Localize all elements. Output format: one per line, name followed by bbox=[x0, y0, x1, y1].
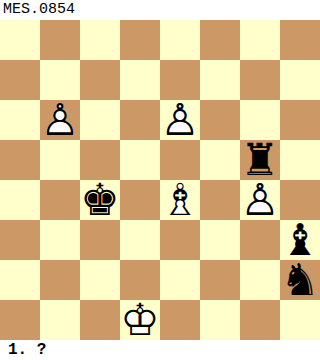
square-b8[interactable] bbox=[40, 20, 80, 60]
puzzle-id: MES.0854 bbox=[0, 0, 320, 20]
square-d1[interactable]: ♚♔ bbox=[120, 300, 160, 340]
piece-outline-glyph: ♙ bbox=[40, 100, 80, 140]
square-b6[interactable]: ♟♙ bbox=[40, 100, 80, 140]
piece-black-knight-h2[interactable]: ♞ bbox=[280, 260, 320, 300]
square-f3[interactable] bbox=[200, 220, 240, 260]
square-e2[interactable] bbox=[160, 260, 200, 300]
piece-black-king-c4[interactable]: ♚ bbox=[80, 180, 120, 220]
piece-white-pawn-b6[interactable]: ♟♙ bbox=[40, 100, 80, 140]
square-f4[interactable] bbox=[200, 180, 240, 220]
square-c2[interactable] bbox=[80, 260, 120, 300]
square-g2[interactable] bbox=[240, 260, 280, 300]
square-a7[interactable] bbox=[0, 60, 40, 100]
square-f2[interactable] bbox=[200, 260, 240, 300]
square-h6[interactable] bbox=[280, 100, 320, 140]
piece-white-pawn-e6[interactable]: ♟♙ bbox=[160, 100, 200, 140]
square-c1[interactable] bbox=[80, 300, 120, 340]
square-g4[interactable]: ♟♙ bbox=[240, 180, 280, 220]
piece-glyph: ♚ bbox=[80, 180, 120, 220]
square-c3[interactable] bbox=[80, 220, 120, 260]
square-b2[interactable] bbox=[40, 260, 80, 300]
square-f8[interactable] bbox=[200, 20, 240, 60]
square-f5[interactable] bbox=[200, 140, 240, 180]
square-d3[interactable] bbox=[120, 220, 160, 260]
square-f7[interactable] bbox=[200, 60, 240, 100]
square-e8[interactable] bbox=[160, 20, 200, 60]
square-d7[interactable] bbox=[120, 60, 160, 100]
piece-outline-glyph: ♙ bbox=[240, 180, 280, 220]
square-a8[interactable] bbox=[0, 20, 40, 60]
square-c7[interactable] bbox=[80, 60, 120, 100]
square-f6[interactable] bbox=[200, 100, 240, 140]
square-a3[interactable] bbox=[0, 220, 40, 260]
piece-glyph: ♞ bbox=[280, 260, 320, 300]
square-h1[interactable] bbox=[280, 300, 320, 340]
square-a1[interactable] bbox=[0, 300, 40, 340]
square-d4[interactable] bbox=[120, 180, 160, 220]
square-g1[interactable] bbox=[240, 300, 280, 340]
piece-white-bishop-e4[interactable]: ♝♗ bbox=[160, 180, 200, 220]
piece-outline-glyph: ♗ bbox=[160, 180, 200, 220]
square-a6[interactable] bbox=[0, 100, 40, 140]
square-d8[interactable] bbox=[120, 20, 160, 60]
square-h7[interactable] bbox=[280, 60, 320, 100]
square-f1[interactable] bbox=[200, 300, 240, 340]
move-prompt: 1. ? bbox=[0, 340, 320, 360]
square-a4[interactable] bbox=[0, 180, 40, 220]
piece-outline-glyph: ♔ bbox=[120, 300, 160, 340]
square-e6[interactable]: ♟♙ bbox=[160, 100, 200, 140]
square-a2[interactable] bbox=[0, 260, 40, 300]
square-c8[interactable] bbox=[80, 20, 120, 60]
piece-outline-glyph: ♙ bbox=[160, 100, 200, 140]
square-b4[interactable] bbox=[40, 180, 80, 220]
piece-white-pawn-g4[interactable]: ♟♙ bbox=[240, 180, 280, 220]
square-e4[interactable]: ♝♗ bbox=[160, 180, 200, 220]
square-h5[interactable] bbox=[280, 140, 320, 180]
square-e3[interactable] bbox=[160, 220, 200, 260]
chess-board: ♟♙♟♙♜♚♝♗♟♙♝♞♚♔ bbox=[0, 20, 320, 340]
square-b1[interactable] bbox=[40, 300, 80, 340]
square-e1[interactable] bbox=[160, 300, 200, 340]
square-g8[interactable] bbox=[240, 20, 280, 60]
square-g3[interactable] bbox=[240, 220, 280, 260]
square-g7[interactable] bbox=[240, 60, 280, 100]
square-c6[interactable] bbox=[80, 100, 120, 140]
piece-white-king-d1[interactable]: ♚♔ bbox=[120, 300, 160, 340]
square-h8[interactable] bbox=[280, 20, 320, 60]
square-a5[interactable] bbox=[0, 140, 40, 180]
square-c4[interactable]: ♚ bbox=[80, 180, 120, 220]
square-h2[interactable]: ♞ bbox=[280, 260, 320, 300]
square-d5[interactable] bbox=[120, 140, 160, 180]
square-b5[interactable] bbox=[40, 140, 80, 180]
square-d6[interactable] bbox=[120, 100, 160, 140]
square-b3[interactable] bbox=[40, 220, 80, 260]
